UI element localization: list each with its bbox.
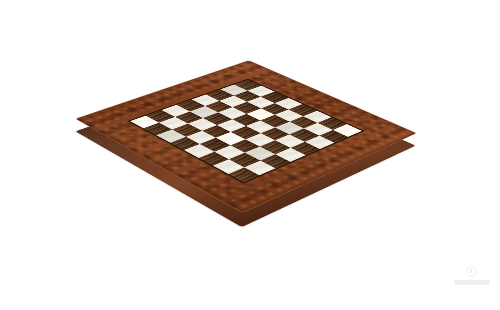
watermark-logo-icon (466, 266, 477, 277)
product-photo-canvas (0, 0, 500, 310)
chess-board (75, 60, 417, 213)
board-tilt-wrapper (0, 0, 500, 310)
watermark-text (454, 280, 490, 285)
brand-watermark (452, 264, 496, 298)
board-field (127, 79, 364, 184)
board-frame (75, 60, 417, 213)
